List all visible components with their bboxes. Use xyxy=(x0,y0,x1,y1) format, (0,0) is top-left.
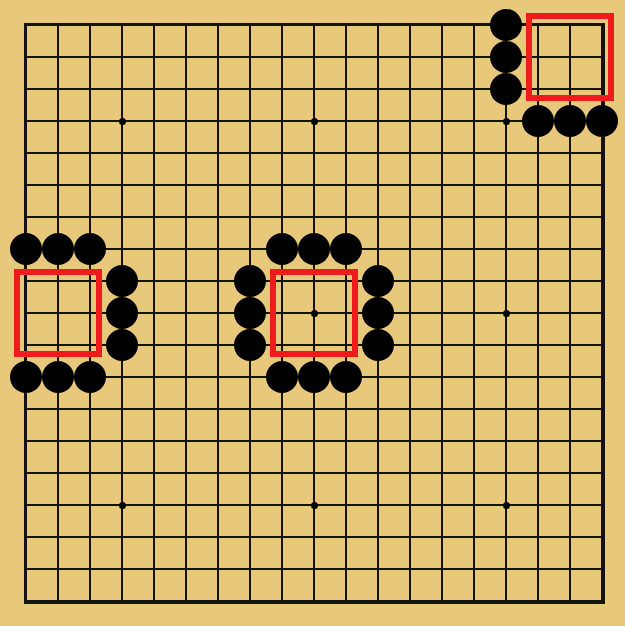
black-stone-B8[interactable]: ● xyxy=(42,361,74,393)
black-stone-B12[interactable]: ● xyxy=(42,233,74,265)
black-stone-R16[interactable]: ● xyxy=(522,105,554,137)
black-stone-C8[interactable]: ● xyxy=(74,361,106,393)
black-stone-J12[interactable]: ● xyxy=(266,233,298,265)
black-stone-A8[interactable]: ● xyxy=(10,361,42,393)
star-point-3-3 xyxy=(119,118,126,125)
black-stone-D9[interactable]: ● xyxy=(106,329,138,361)
black-stone-T16[interactable]: ● xyxy=(586,105,618,137)
black-stone-D10[interactable]: ● xyxy=(106,297,138,329)
star-point-3-15 xyxy=(119,502,126,509)
black-stone-S16[interactable]: ● xyxy=(554,105,586,137)
black-stone-M9[interactable]: ● xyxy=(362,329,394,361)
black-stone-K8[interactable]: ● xyxy=(298,361,330,393)
black-stone-L8[interactable]: ● xyxy=(330,361,362,393)
black-stone-H11[interactable]: ● xyxy=(234,265,266,297)
star-point-9-15 xyxy=(311,502,318,509)
black-stone-M11[interactable]: ● xyxy=(362,265,394,297)
black-stone-H9[interactable]: ● xyxy=(234,329,266,361)
black-stone-Q18[interactable]: ● xyxy=(490,41,522,73)
highlight-edge-eye-space xyxy=(14,269,102,357)
black-stone-Q19[interactable]: ● xyxy=(490,9,522,41)
highlight-corner-eye-space xyxy=(526,13,614,101)
black-stone-H10[interactable]: ● xyxy=(234,297,266,329)
star-point-15-9 xyxy=(503,310,510,317)
star-point-15-15 xyxy=(503,502,510,509)
star-point-9-3 xyxy=(311,118,318,125)
highlight-center-eye-space xyxy=(270,269,358,357)
black-stone-K12[interactable]: ● xyxy=(298,233,330,265)
black-stone-M10[interactable]: ● xyxy=(362,297,394,329)
black-stone-Q17[interactable]: ● xyxy=(490,73,522,105)
black-stone-D11[interactable]: ● xyxy=(106,265,138,297)
star-point-15-3 xyxy=(503,118,510,125)
black-stone-C12[interactable]: ● xyxy=(74,233,106,265)
black-stone-A12[interactable]: ● xyxy=(10,233,42,265)
go-board[interactable]: ●●●●●●●●●●●●●●●●●●●●●●●●●●● xyxy=(0,0,625,626)
black-stone-J8[interactable]: ● xyxy=(266,361,298,393)
black-stone-L12[interactable]: ● xyxy=(330,233,362,265)
